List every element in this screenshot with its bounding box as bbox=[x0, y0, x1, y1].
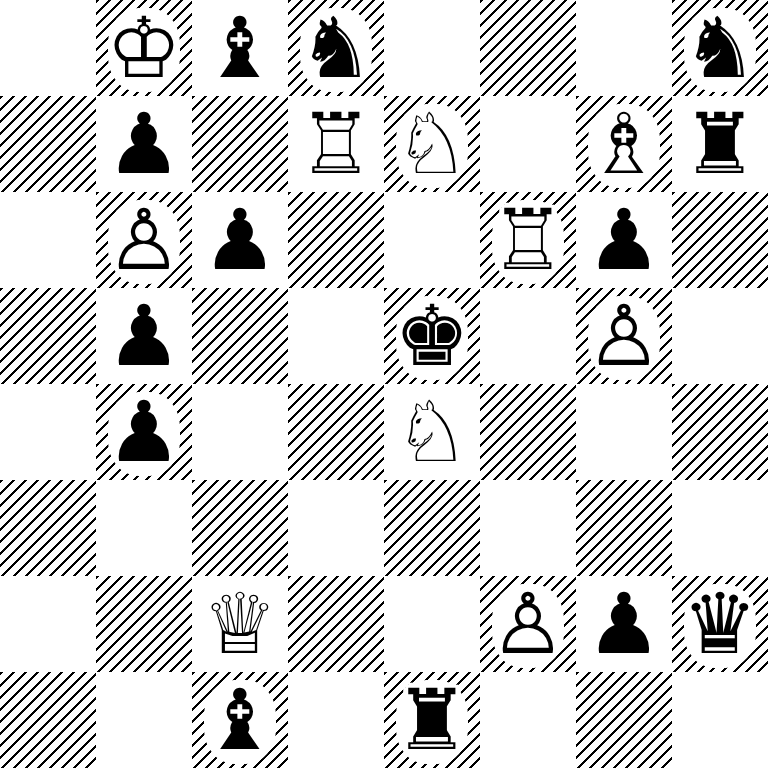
square-c3[interactable] bbox=[192, 480, 288, 576]
black-rook[interactable]: ♜ bbox=[682, 96, 757, 192]
white-knight[interactable]: ♘ bbox=[394, 96, 469, 192]
square-d2[interactable] bbox=[288, 576, 384, 672]
square-d6[interactable] bbox=[288, 192, 384, 288]
square-d1[interactable] bbox=[288, 672, 384, 768]
square-c1[interactable]: ♝ bbox=[192, 672, 288, 768]
square-c5[interactable] bbox=[192, 288, 288, 384]
square-a4[interactable] bbox=[0, 384, 96, 480]
white-pawn[interactable]: ♙ bbox=[490, 576, 565, 672]
square-h5[interactable] bbox=[672, 288, 768, 384]
square-d7[interactable]: ♖ bbox=[288, 96, 384, 192]
square-g8[interactable] bbox=[576, 0, 672, 96]
square-f8[interactable] bbox=[480, 0, 576, 96]
square-f7[interactable] bbox=[480, 96, 576, 192]
square-c2[interactable]: ♕ bbox=[192, 576, 288, 672]
square-h8[interactable]: ♞ bbox=[672, 0, 768, 96]
square-g3[interactable] bbox=[576, 480, 672, 576]
white-rook[interactable]: ♖ bbox=[298, 96, 373, 192]
square-h6[interactable] bbox=[672, 192, 768, 288]
square-f5[interactable] bbox=[480, 288, 576, 384]
square-a7[interactable] bbox=[0, 96, 96, 192]
square-e2[interactable] bbox=[384, 576, 480, 672]
square-d5[interactable] bbox=[288, 288, 384, 384]
white-bishop[interactable]: ♗ bbox=[586, 96, 661, 192]
square-e1[interactable]: ♜ bbox=[384, 672, 480, 768]
square-a1[interactable] bbox=[0, 672, 96, 768]
square-f2[interactable]: ♙ bbox=[480, 576, 576, 672]
square-c8[interactable]: ♝ bbox=[192, 0, 288, 96]
black-knight[interactable]: ♞ bbox=[682, 0, 757, 96]
square-g6[interactable]: ♟ bbox=[576, 192, 672, 288]
black-king[interactable]: ♚ bbox=[394, 288, 469, 384]
square-a2[interactable] bbox=[0, 576, 96, 672]
black-rook[interactable]: ♜ bbox=[394, 672, 469, 768]
square-e7[interactable]: ♘ bbox=[384, 96, 480, 192]
square-b1[interactable] bbox=[96, 672, 192, 768]
square-e8[interactable] bbox=[384, 0, 480, 96]
square-c7[interactable] bbox=[192, 96, 288, 192]
square-g1[interactable] bbox=[576, 672, 672, 768]
square-b4[interactable]: ♟ bbox=[96, 384, 192, 480]
square-f1[interactable] bbox=[480, 672, 576, 768]
square-b3[interactable] bbox=[96, 480, 192, 576]
square-e3[interactable] bbox=[384, 480, 480, 576]
square-f6[interactable]: ♖ bbox=[480, 192, 576, 288]
black-pawn[interactable]: ♟ bbox=[106, 288, 181, 384]
square-f4[interactable] bbox=[480, 384, 576, 480]
square-b6[interactable]: ♙ bbox=[96, 192, 192, 288]
black-bishop[interactable]: ♝ bbox=[202, 672, 277, 768]
square-b8[interactable]: ♔ bbox=[96, 0, 192, 96]
black-pawn[interactable]: ♟ bbox=[586, 192, 661, 288]
white-pawn[interactable]: ♙ bbox=[586, 288, 661, 384]
white-king[interactable]: ♔ bbox=[106, 0, 181, 96]
square-d8[interactable]: ♞ bbox=[288, 0, 384, 96]
square-h3[interactable] bbox=[672, 480, 768, 576]
square-e6[interactable] bbox=[384, 192, 480, 288]
square-c4[interactable] bbox=[192, 384, 288, 480]
black-queen[interactable]: ♛ bbox=[682, 576, 757, 672]
white-pawn[interactable]: ♙ bbox=[106, 192, 181, 288]
square-a8[interactable] bbox=[0, 0, 96, 96]
square-g5[interactable]: ♙ bbox=[576, 288, 672, 384]
square-h1[interactable] bbox=[672, 672, 768, 768]
square-d3[interactable] bbox=[288, 480, 384, 576]
square-g2[interactable]: ♟ bbox=[576, 576, 672, 672]
black-bishop[interactable]: ♝ bbox=[202, 0, 277, 96]
square-h7[interactable]: ♜ bbox=[672, 96, 768, 192]
square-g4[interactable] bbox=[576, 384, 672, 480]
black-knight[interactable]: ♞ bbox=[298, 0, 373, 96]
square-a5[interactable] bbox=[0, 288, 96, 384]
black-pawn[interactable]: ♟ bbox=[586, 576, 661, 672]
square-b7[interactable]: ♟ bbox=[96, 96, 192, 192]
white-queen[interactable]: ♕ bbox=[202, 576, 277, 672]
square-e4[interactable]: ♘ bbox=[384, 384, 480, 480]
white-rook[interactable]: ♖ bbox=[490, 192, 565, 288]
square-c6[interactable]: ♟ bbox=[192, 192, 288, 288]
square-h2[interactable]: ♛ bbox=[672, 576, 768, 672]
square-g7[interactable]: ♗ bbox=[576, 96, 672, 192]
square-b5[interactable]: ♟ bbox=[96, 288, 192, 384]
white-knight[interactable]: ♘ bbox=[394, 384, 469, 480]
chess-board: ♔♝♞♞♟♖♘♗♜♙♟♖♟♟♚♙♟♘♕♙♟♛♝♜ bbox=[0, 0, 768, 768]
square-h4[interactable] bbox=[672, 384, 768, 480]
black-pawn[interactable]: ♟ bbox=[106, 384, 181, 480]
black-pawn[interactable]: ♟ bbox=[106, 96, 181, 192]
square-a3[interactable] bbox=[0, 480, 96, 576]
square-f3[interactable] bbox=[480, 480, 576, 576]
square-e5[interactable]: ♚ bbox=[384, 288, 480, 384]
square-a6[interactable] bbox=[0, 192, 96, 288]
square-d4[interactable] bbox=[288, 384, 384, 480]
square-b2[interactable] bbox=[96, 576, 192, 672]
black-pawn[interactable]: ♟ bbox=[202, 192, 277, 288]
